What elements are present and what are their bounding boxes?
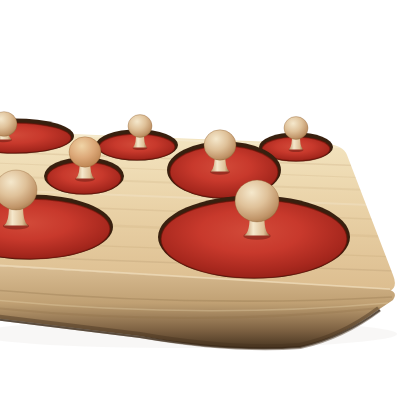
cylinder-block-scene [0, 0, 416, 416]
cylinder-B[interactable] [96, 115, 178, 161]
knob-ball [0, 170, 37, 210]
knob-ball [128, 115, 152, 138]
product-photo [0, 0, 416, 416]
knob-ball [284, 117, 308, 140]
knob-ball [69, 137, 101, 167]
knob-ball [235, 180, 279, 222]
knob-ball [204, 130, 236, 160]
